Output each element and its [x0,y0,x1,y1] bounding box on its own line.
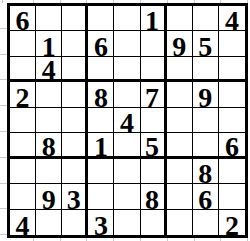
cell-r4c9[interactable] [219,82,245,107]
cell-r3c5[interactable] [114,57,140,82]
cell-r6c2[interactable]: 8 [36,133,62,158]
cell-r9c1[interactable]: 4 [10,210,36,235]
cell-r7c3[interactable] [62,159,88,184]
cell-r8c7[interactable] [167,184,193,209]
sudoku-board: 6141695428794815689386432 [7,3,248,238]
cell-r2c9[interactable] [219,31,245,56]
cell-r9c2[interactable] [36,210,62,235]
cell-r2c1[interactable] [10,31,36,56]
cell-r2c7[interactable]: 9 [167,31,193,56]
cell-r4c5[interactable] [114,82,140,107]
cell-r8c8[interactable]: 6 [193,184,219,209]
cell-r1c2[interactable] [36,6,62,31]
cell-r7c6[interactable] [141,159,167,184]
spreadsheet-canvas: 6141695428794815689386432 [0,0,250,241]
cell-r7c4[interactable] [88,159,114,184]
cell-r6c5[interactable] [114,133,140,158]
cell-r8c5[interactable] [114,184,140,209]
cell-r1c6[interactable]: 1 [141,6,167,31]
cell-r4c6[interactable]: 7 [141,82,167,107]
cell-r3c1[interactable] [10,57,36,82]
cell-r1c4[interactable] [88,6,114,31]
cell-r5c1[interactable] [10,108,36,133]
cell-r4c3[interactable] [62,82,88,107]
cell-r6c6[interactable]: 5 [141,133,167,158]
cell-r6c3[interactable] [62,133,88,158]
cell-r5c3[interactable] [62,108,88,133]
cell-r9c5[interactable] [114,210,140,235]
cell-r4c1[interactable]: 2 [10,82,36,107]
cell-r1c7[interactable] [167,6,193,31]
cell-r7c2[interactable] [36,159,62,184]
cell-r3c4[interactable] [88,57,114,82]
cell-r2c3[interactable] [62,31,88,56]
cell-r3c7[interactable] [167,57,193,82]
cell-r1c3[interactable] [62,6,88,31]
cell-r6c1[interactable] [10,133,36,158]
spreadsheet-gridline-stubs-left [0,3,7,238]
cell-r2c8[interactable]: 5 [193,31,219,56]
cell-r8c1[interactable] [10,184,36,209]
cell-r7c7[interactable] [167,159,193,184]
cell-r8c9[interactable] [219,184,245,209]
cell-r8c3[interactable]: 3 [62,184,88,209]
cell-r4c7[interactable] [167,82,193,107]
cell-r5c2[interactable] [36,108,62,133]
cell-r2c5[interactable] [114,31,140,56]
cell-r8c2[interactable]: 9 [36,184,62,209]
cell-r5c7[interactable] [167,108,193,133]
cell-r7c5[interactable] [114,159,140,184]
cell-r6c7[interactable] [167,133,193,158]
cell-r9c6[interactable] [141,210,167,235]
cell-r9c8[interactable] [193,210,219,235]
cell-r4c4[interactable]: 8 [88,82,114,107]
cell-r5c5[interactable]: 4 [114,108,140,133]
cell-r1c8[interactable] [193,6,219,31]
cell-r5c4[interactable] [88,108,114,133]
cell-r1c1[interactable]: 6 [10,6,36,31]
cell-r3c2[interactable]: 4 [36,57,62,82]
cell-r4c2[interactable] [36,82,62,107]
cell-r8c4[interactable] [88,184,114,209]
cell-r6c4[interactable]: 1 [88,133,114,158]
cell-r9c9[interactable]: 2 [219,210,245,235]
cell-r7c1[interactable] [10,159,36,184]
cell-r5c8[interactable] [193,108,219,133]
cell-r7c9[interactable] [219,159,245,184]
cell-r3c6[interactable] [141,57,167,82]
cell-r9c7[interactable] [167,210,193,235]
cell-r3c8[interactable] [193,57,219,82]
cell-r3c9[interactable] [219,57,245,82]
cell-r5c9[interactable] [219,108,245,133]
cell-r9c4[interactable]: 3 [88,210,114,235]
cell-r9c3[interactable] [62,210,88,235]
cell-r2c2[interactable]: 1 [36,31,62,56]
cell-r4c8[interactable]: 9 [193,82,219,107]
cell-r1c9[interactable]: 4 [219,6,245,31]
cell-r7c8[interactable]: 8 [193,159,219,184]
cell-r1c5[interactable] [114,6,140,31]
cell-r2c6[interactable] [141,31,167,56]
cell-r6c8[interactable] [193,133,219,158]
cell-r5c6[interactable] [141,108,167,133]
cell-r6c9[interactable]: 6 [219,133,245,158]
cell-r3c3[interactable] [62,57,88,82]
cell-r2c4[interactable]: 6 [88,31,114,56]
cell-r8c6[interactable]: 8 [141,184,167,209]
